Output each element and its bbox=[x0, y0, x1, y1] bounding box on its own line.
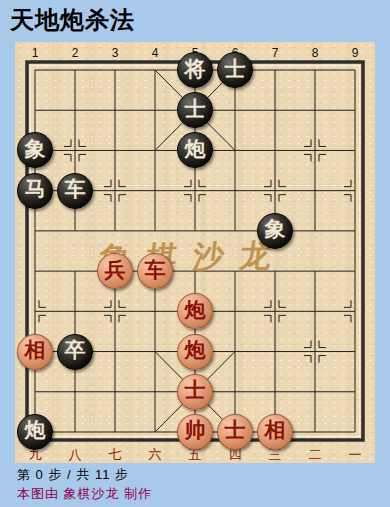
top-column-label: 8 bbox=[312, 47, 319, 59]
piece-label: 士 bbox=[185, 99, 206, 120]
piece-label: 将 bbox=[185, 59, 206, 80]
piece-black-advisor[interactable]: 士 bbox=[177, 92, 213, 128]
piece-label: 相 bbox=[265, 420, 286, 441]
piece-label: 卒 bbox=[65, 340, 86, 361]
piece-black-chariot[interactable]: 车 bbox=[57, 173, 93, 209]
piece-label: 马 bbox=[25, 179, 46, 200]
credit-line: 本图由 象棋沙龙 制作 bbox=[17, 485, 152, 503]
piece-red-general[interactable]: 帅 bbox=[177, 414, 213, 450]
piece-black-elephant[interactable]: 象 bbox=[257, 213, 293, 249]
piece-black-cannon[interactable]: 炮 bbox=[17, 414, 53, 450]
bottom-column-label: 二 bbox=[309, 448, 322, 461]
top-column-label: 4 bbox=[152, 47, 159, 59]
piece-label: 士 bbox=[225, 420, 246, 441]
piece-black-soldier[interactable]: 卒 bbox=[57, 334, 93, 370]
piece-label: 兵 bbox=[105, 260, 126, 281]
piece-red-advisor[interactable]: 士 bbox=[177, 374, 213, 410]
piece-label: 炮 bbox=[185, 300, 206, 321]
piece-red-advisor[interactable]: 士 bbox=[217, 414, 253, 450]
piece-black-general[interactable]: 将 bbox=[177, 52, 213, 88]
page: { "game": "xiangqi", "title": "天地炮杀法", "… bbox=[0, 0, 390, 507]
bottom-column-label: 七 bbox=[109, 448, 122, 461]
piece-label: 士 bbox=[185, 380, 206, 401]
bottom-column-label: 一 bbox=[349, 448, 362, 461]
bottom-column-label: 八 bbox=[69, 448, 82, 461]
piece-label: 炮 bbox=[185, 340, 206, 361]
bottom-column-label: 六 bbox=[149, 448, 162, 461]
piece-red-elephant[interactable]: 相 bbox=[257, 414, 293, 450]
xiangqi-board[interactable]: 象棋沙龙 123456789九八七六五四三二一将士士象炮马车象卒炮兵车炮相炮士帅… bbox=[15, 42, 375, 463]
piece-label: 相 bbox=[25, 340, 46, 361]
step-counter: 第 0 步 / 共 11 步 bbox=[17, 466, 129, 484]
piece-label: 车 bbox=[145, 260, 166, 281]
top-column-label: 1 bbox=[32, 47, 39, 59]
piece-label: 车 bbox=[65, 179, 86, 200]
top-column-label: 9 bbox=[352, 47, 359, 59]
top-column-label: 7 bbox=[272, 47, 279, 59]
piece-label: 炮 bbox=[25, 420, 46, 441]
piece-black-advisor[interactable]: 士 bbox=[217, 52, 253, 88]
top-column-label: 2 bbox=[72, 47, 79, 59]
piece-red-elephant[interactable]: 相 bbox=[17, 334, 53, 370]
piece-label: 炮 bbox=[185, 139, 206, 160]
top-column-label: 3 bbox=[112, 47, 119, 59]
piece-black-horse[interactable]: 马 bbox=[17, 173, 53, 209]
piece-red-chariot[interactable]: 车 bbox=[137, 253, 173, 289]
piece-red-cannon[interactable]: 炮 bbox=[177, 334, 213, 370]
piece-label: 象 bbox=[265, 219, 286, 240]
piece-label: 士 bbox=[225, 59, 246, 80]
piece-label: 帅 bbox=[185, 420, 206, 441]
page-title: 天地炮杀法 bbox=[10, 4, 135, 36]
piece-label: 象 bbox=[25, 139, 46, 160]
piece-red-soldier[interactable]: 兵 bbox=[97, 253, 133, 289]
